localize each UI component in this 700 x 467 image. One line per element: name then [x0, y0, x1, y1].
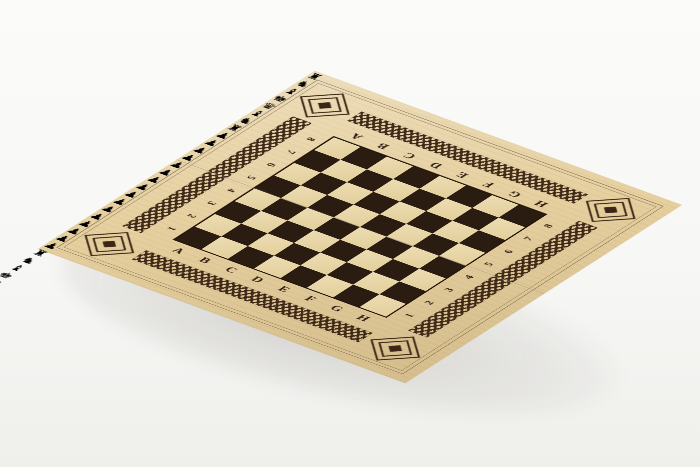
chess-box-3d: AABBCCDDEEFFGGHH1122334455667788 ♜♞♝♚♛♝♞…: [0, 0, 700, 467]
product-photo-scene: AABBCCDDEEFFGGHH1122334455667788 ♜♞♝♚♛♝♞…: [0, 0, 700, 467]
chess-board: AABBCCDDEEFFGGHH1122334455667788 ♜♞♝♚♛♝♞…: [38, 71, 682, 383]
